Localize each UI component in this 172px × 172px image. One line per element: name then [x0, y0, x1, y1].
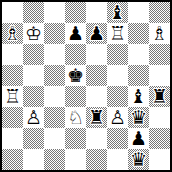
black-queen-icon[interactable]: ♛♛ — [128, 107, 149, 128]
square-e2[interactable] — [86, 128, 107, 149]
black-bishop-icon[interactable]: ♝♝ — [107, 2, 128, 23]
square-d5[interactable]: ♚♚ — [65, 65, 86, 86]
black-queen-icon-halo: ♛ — [128, 149, 149, 170]
white-bishop-icon-glyph: ♗ — [2, 23, 23, 44]
square-g3[interactable]: ♛♛ — [128, 107, 149, 128]
white-pawn-icon-glyph: ♙ — [107, 107, 128, 128]
black-queen-icon-glyph: ♛ — [128, 107, 149, 128]
chess-board: ♝♝♝♗♚♔♟♟♟♟♜♖♝♗♚♚♜♖♝♝♜♜♟♙♞♘♜♜♟♙♛♛♟♟♛♛ — [2, 2, 170, 170]
white-rook-icon[interactable]: ♜♖ — [2, 86, 23, 107]
square-b6[interactable] — [23, 44, 44, 65]
black-pawn-icon-glyph: ♟ — [65, 23, 86, 44]
black-rook-icon-halo: ♜ — [86, 107, 107, 128]
square-h5[interactable] — [149, 65, 170, 86]
square-f5[interactable] — [107, 65, 128, 86]
black-bishop-icon-halo: ♝ — [128, 86, 149, 107]
black-pawn-icon-halo: ♟ — [86, 23, 107, 44]
square-e7[interactable]: ♟♟ — [86, 23, 107, 44]
black-rook-icon[interactable]: ♜♜ — [149, 86, 170, 107]
square-g7[interactable] — [128, 23, 149, 44]
white-rook-icon-glyph: ♖ — [107, 23, 128, 44]
black-rook-icon[interactable]: ♜♜ — [86, 107, 107, 128]
white-rook-icon-glyph: ♖ — [2, 86, 23, 107]
black-bishop-icon[interactable]: ♝♝ — [128, 86, 149, 107]
black-pawn-icon-glyph: ♟ — [128, 128, 149, 149]
square-a1[interactable] — [2, 149, 23, 170]
white-king-icon-halo: ♚ — [23, 23, 44, 44]
square-f4[interactable] — [107, 86, 128, 107]
square-a2[interactable] — [2, 128, 23, 149]
white-bishop-icon-halo: ♝ — [149, 23, 170, 44]
square-d3[interactable]: ♞♘ — [65, 107, 86, 128]
square-a5[interactable] — [2, 65, 23, 86]
square-e1[interactable] — [86, 149, 107, 170]
white-pawn-icon-halo: ♟ — [23, 107, 44, 128]
black-queen-icon[interactable]: ♛♛ — [128, 149, 149, 170]
square-h2[interactable] — [149, 128, 170, 149]
square-d4[interactable] — [65, 86, 86, 107]
square-d1[interactable] — [65, 149, 86, 170]
white-bishop-icon[interactable]: ♝♗ — [2, 23, 23, 44]
black-king-icon[interactable]: ♚♚ — [65, 65, 86, 86]
white-king-icon-glyph: ♔ — [23, 23, 44, 44]
white-pawn-icon[interactable]: ♟♙ — [107, 107, 128, 128]
square-g5[interactable] — [128, 65, 149, 86]
square-f1[interactable] — [107, 149, 128, 170]
square-e6[interactable] — [86, 44, 107, 65]
square-f2[interactable] — [107, 128, 128, 149]
square-h4[interactable]: ♜♜ — [149, 86, 170, 107]
square-f7[interactable]: ♜♖ — [107, 23, 128, 44]
white-pawn-icon-glyph: ♙ — [23, 107, 44, 128]
board-frame: ♝♝♝♗♚♔♟♟♟♟♜♖♝♗♚♚♜♖♝♝♜♜♟♙♞♘♜♜♟♙♛♛♟♟♛♛ — [0, 0, 172, 172]
white-king-icon[interactable]: ♚♔ — [23, 23, 44, 44]
black-pawn-icon[interactable]: ♟♟ — [86, 23, 107, 44]
white-bishop-icon[interactable]: ♝♗ — [149, 23, 170, 44]
square-g8[interactable] — [128, 2, 149, 23]
white-knight-icon-halo: ♞ — [65, 107, 86, 128]
black-rook-icon-halo: ♜ — [149, 86, 170, 107]
square-c5[interactable] — [44, 65, 65, 86]
square-a3[interactable] — [2, 107, 23, 128]
square-g6[interactable] — [128, 44, 149, 65]
square-b8[interactable] — [23, 2, 44, 23]
black-queen-icon-glyph: ♛ — [128, 149, 149, 170]
square-b4[interactable] — [23, 86, 44, 107]
square-c8[interactable] — [44, 2, 65, 23]
white-knight-icon-glyph: ♘ — [65, 107, 86, 128]
square-e8[interactable] — [86, 2, 107, 23]
white-bishop-icon-halo: ♝ — [2, 23, 23, 44]
square-d8[interactable] — [65, 2, 86, 23]
black-king-icon-glyph: ♚ — [65, 65, 86, 86]
square-g4[interactable]: ♝♝ — [128, 86, 149, 107]
square-h3[interactable] — [149, 107, 170, 128]
square-c6[interactable] — [44, 44, 65, 65]
black-pawn-icon-glyph: ♟ — [86, 23, 107, 44]
square-d2[interactable] — [65, 128, 86, 149]
white-rook-icon-halo: ♜ — [2, 86, 23, 107]
white-bishop-icon-glyph: ♗ — [149, 23, 170, 44]
square-c3[interactable] — [44, 107, 65, 128]
black-rook-icon-glyph: ♜ — [149, 86, 170, 107]
square-a7[interactable]: ♝♗ — [2, 23, 23, 44]
square-e4[interactable] — [86, 86, 107, 107]
square-b1[interactable] — [23, 149, 44, 170]
square-e5[interactable] — [86, 65, 107, 86]
square-b3[interactable]: ♟♙ — [23, 107, 44, 128]
white-rook-icon[interactable]: ♜♖ — [107, 23, 128, 44]
square-c7[interactable] — [44, 23, 65, 44]
square-c4[interactable] — [44, 86, 65, 107]
square-g2[interactable]: ♟♟ — [128, 128, 149, 149]
white-pawn-icon[interactable]: ♟♙ — [23, 107, 44, 128]
square-h1[interactable] — [149, 149, 170, 170]
black-pawn-icon[interactable]: ♟♟ — [65, 23, 86, 44]
black-bishop-icon-glyph: ♝ — [128, 86, 149, 107]
square-f8[interactable]: ♝♝ — [107, 2, 128, 23]
square-b7[interactable]: ♚♔ — [23, 23, 44, 44]
black-rook-icon-glyph: ♜ — [86, 107, 107, 128]
white-rook-icon-halo: ♜ — [107, 23, 128, 44]
black-pawn-icon-halo: ♟ — [65, 23, 86, 44]
square-b5[interactable] — [23, 65, 44, 86]
black-queen-icon-halo: ♛ — [128, 107, 149, 128]
black-king-icon-halo: ♚ — [65, 65, 86, 86]
white-knight-icon[interactable]: ♞♘ — [65, 107, 86, 128]
square-f3[interactable]: ♟♙ — [107, 107, 128, 128]
square-a8[interactable] — [2, 2, 23, 23]
square-e3[interactable]: ♜♜ — [86, 107, 107, 128]
black-bishop-icon-halo: ♝ — [107, 2, 128, 23]
square-d6[interactable] — [65, 44, 86, 65]
black-pawn-icon[interactable]: ♟♟ — [128, 128, 149, 149]
square-f6[interactable] — [107, 44, 128, 65]
square-h6[interactable] — [149, 44, 170, 65]
square-c2[interactable] — [44, 128, 65, 149]
square-h7[interactable]: ♝♗ — [149, 23, 170, 44]
white-pawn-icon-halo: ♟ — [107, 107, 128, 128]
square-c1[interactable] — [44, 149, 65, 170]
black-pawn-icon-halo: ♟ — [128, 128, 149, 149]
square-a4[interactable]: ♜♖ — [2, 86, 23, 107]
square-g1[interactable]: ♛♛ — [128, 149, 149, 170]
square-d7[interactable]: ♟♟ — [65, 23, 86, 44]
square-b2[interactable] — [23, 128, 44, 149]
black-bishop-icon-glyph: ♝ — [107, 2, 128, 23]
square-a6[interactable] — [2, 44, 23, 65]
square-h8[interactable] — [149, 2, 170, 23]
